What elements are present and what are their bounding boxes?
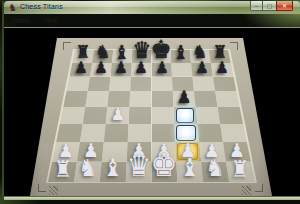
piece-black-pawn-f5[interactable]: ♟ [177,89,191,106]
piece-black-pawn-d7[interactable]: ♟ [135,60,148,76]
piece-black-pawn-c7[interactable]: ♟ [115,60,128,76]
piece-white-bishop-c1[interactable]: ♝ [103,156,123,181]
piece-white-king-e1[interactable]: ♚ [151,148,178,181]
title-bar[interactable]: ♞ Chess Titans – ▢ ✕ [4,1,300,14]
menu-item-help[interactable]: Help [37,14,65,27]
minimize-button[interactable]: – [250,1,263,11]
window-title: Chess Titans [20,3,63,10]
minimize-icon: – [255,3,258,9]
piece-white-queen-d1[interactable]: ♛ [127,151,152,181]
piece-black-bishop-f8[interactable]: ♝ [173,43,189,62]
maximize-button[interactable]: ▢ [263,1,276,11]
piece-black-pawn-a7[interactable]: ♟ [74,60,87,76]
window-bottom-border [4,196,300,200]
window-controls: – ▢ ✕ [250,1,293,11]
close-button[interactable]: ✕ [276,1,293,11]
menu-bar: Game Help [4,14,300,28]
piece-black-pawn-h7[interactable]: ♟ [215,60,228,76]
menu-item-game[interactable]: Game [4,14,37,27]
maximize-icon: ▢ [267,3,273,9]
piece-white-rook-h1[interactable]: ♜ [231,158,250,181]
screen: ♞ Chess Titans – ▢ ✕ Game Help [0,0,300,204]
piece-white-knight-g1[interactable]: ♞ [205,157,225,181]
piece-black-pawn-g7[interactable]: ♟ [195,60,208,76]
piece-white-knight-b1[interactable]: ♞ [78,157,98,181]
knight-icon: ♞ [8,2,17,13]
piece-white-pawn-c4[interactable]: ♟ [110,105,125,123]
close-icon: ✕ [282,3,287,9]
piece-black-pawn-b7[interactable]: ♟ [95,60,108,76]
piece-black-pawn-e7[interactable]: ♟ [155,60,168,76]
piece-white-rook-a1[interactable]: ♜ [53,158,72,181]
piece-white-bishop-f1[interactable]: ♝ [179,156,199,181]
